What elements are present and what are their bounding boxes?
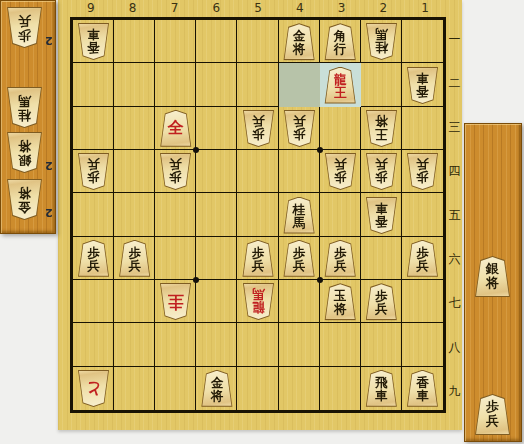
piece-kanji: 将 [486,276,499,290]
board-square[interactable] [73,63,114,106]
piece-face: 金将 [201,371,232,406]
file-label: 6 [195,0,237,16]
piece-face: 玉将 [325,284,356,319]
captured-count: 2 [45,206,53,219]
piece-face: 歩兵 [407,154,438,189]
board-square[interactable] [73,323,114,366]
piece-face: 歩兵 [119,241,150,276]
piece-kanji: 歩 [293,128,306,141]
piece-face: 歩兵 [325,241,356,276]
piece-face: 歩兵 [160,154,191,189]
board-square[interactable] [114,193,155,236]
board-square[interactable] [402,280,443,323]
piece-gold-gote[interactable]: 金将 [6,179,43,220]
piece-kanji: 銀 [486,262,499,276]
hand-piece-pawn-sente[interactable]: 歩兵 [473,394,521,436]
piece-face: 王将 [366,111,397,146]
sente-captured-tray: 銀将歩兵 [464,123,522,442]
piece-face: 飛車 [366,371,397,406]
board-square[interactable] [237,367,278,410]
piece-kanji: 兵 [486,414,499,428]
piece-kanji: 馬 [293,216,306,229]
file-label: 8 [112,0,154,16]
piece-kanji: 行 [334,42,347,55]
piece-kanji: 歩 [486,400,499,414]
rank-label: 九 [447,369,462,413]
piece-kanji: 車 [87,28,100,41]
piece-kanji: 歩 [18,28,31,42]
piece-kanji: と [85,380,101,397]
piece-kanji: 兵 [87,158,100,171]
board-square[interactable] [361,323,402,366]
piece-face: 歩兵 [284,111,315,146]
board-square[interactable] [155,367,196,410]
piece-kanji: 兵 [252,259,265,272]
piece-face: と [78,371,109,406]
piece-kanji: 金 [18,200,31,214]
rank-label: 八 [447,325,462,369]
piece-kanji: 兵 [170,158,183,171]
board-square[interactable] [114,63,155,106]
piece-kanji: 金 [211,376,224,389]
piece-kanji: 馬 [375,28,388,41]
piece-silver-gote[interactable]: 銀将 [6,132,43,173]
board-square[interactable] [279,63,320,106]
captured-count: 2 [45,159,53,172]
board-square[interactable] [196,63,237,106]
piece-face: 歩兵 [243,241,274,276]
piece-face: 歩兵 [366,154,397,189]
piece-kanji: 兵 [87,259,100,272]
piece-kanji: 歩 [87,246,100,259]
board-square[interactable] [361,63,402,106]
board-square[interactable] [196,280,237,323]
piece-kanji: 香 [87,41,100,54]
piece-kanji: 香 [416,84,429,97]
piece-kanji: 馬 [252,288,265,301]
board-square[interactable] [155,193,196,236]
gote-captured-tray: 歩兵2桂馬銀将2金将2 [0,0,56,234]
rank-label: 二 [447,61,462,105]
file-label: 4 [279,0,321,16]
piece-kanji: 龍 [334,73,347,86]
board-square[interactable] [320,107,361,150]
piece-face: 圭 [160,284,191,319]
board-square[interactable] [196,20,237,63]
board-square[interactable] [73,193,114,236]
piece-knight-gote[interactable]: 桂馬 [6,87,43,128]
board-square[interactable] [114,323,155,366]
board-background: 987654321 一二三四五六七八九 香車金将角行桂馬龍王香車全歩兵歩兵王将歩… [58,0,462,430]
piece-kanji: 香 [375,214,388,227]
piece-kanji: 将 [375,115,388,128]
piece-kanji: 歩 [416,246,429,259]
piece-kanji: 歩 [334,246,347,259]
rank-label: 四 [447,149,462,193]
piece-kanji: 銀 [18,153,31,167]
piece-kanji: 全 [168,120,184,137]
hand-piece-silver-gote[interactable]: 銀将2 [5,132,53,174]
board-square[interactable] [402,193,443,236]
piece-face: 角行 [325,24,356,59]
piece-kanji: 歩 [252,128,265,141]
piece-kanji: 車 [375,201,388,214]
piece-kanji: 歩 [293,246,306,259]
piece-kanji: 歩 [128,246,141,259]
board-square[interactable] [155,323,196,366]
board-square[interactable] [114,280,155,323]
file-label: 3 [321,0,363,16]
board-square[interactable] [361,237,402,280]
board-square[interactable] [279,150,320,193]
piece-kanji: 歩 [87,171,100,184]
rank-label: 六 [447,237,462,281]
piece-kanji: 兵 [375,302,388,315]
board-square[interactable] [237,193,278,236]
piece-kanji: 龍 [252,301,265,314]
piece-face: 香車 [366,198,397,233]
board-square[interactable] [196,323,237,366]
piece-kanji: 兵 [375,158,388,171]
board-square[interactable] [279,367,320,410]
board-square[interactable] [196,193,237,236]
board-square[interactable] [196,150,237,193]
board-square[interactable] [155,237,196,280]
rank-label: 五 [447,193,462,237]
piece-kanji: 兵 [416,259,429,272]
rank-labels: 一二三四五六七八九 [447,17,462,413]
piece-kanji: 将 [211,389,224,402]
piece-face: 桂馬 [284,198,315,233]
piece-kanji: 車 [416,71,429,84]
piece-kanji: 兵 [293,259,306,272]
board-square[interactable] [237,150,278,193]
piece-kanji: 将 [334,302,347,315]
piece-pawn-sente[interactable]: 歩兵 [474,394,511,435]
board-square[interactable] [402,323,443,366]
piece-face: 歩兵 [284,241,315,276]
board-square[interactable] [320,193,361,236]
piece-face: 龍王 [325,68,356,103]
board-square[interactable] [196,107,237,150]
piece-face: 桂馬 [7,88,42,127]
piece-face: 歩兵 [366,284,397,319]
board-square[interactable] [114,20,155,63]
piece-face: 歩兵 [475,395,510,434]
piece-kanji: 圭 [168,293,184,310]
rank-label: 三 [447,105,462,149]
file-label: 2 [362,0,404,16]
file-label: 5 [237,0,279,16]
piece-kanji: 王 [375,128,388,141]
piece-face: 桂馬 [366,24,397,59]
piece-face: 歩兵 [78,241,109,276]
piece-kanji: 桂 [375,41,388,54]
piece-kanji: 兵 [293,115,306,128]
piece-kanji: 王 [334,86,347,99]
piece-kanji: 兵 [252,115,265,128]
board-square[interactable] [320,367,361,410]
board-square[interactable] [114,150,155,193]
piece-face: 香車 [407,371,438,406]
piece-kanji: 歩 [416,171,429,184]
piece-kanji: 兵 [18,15,31,29]
file-label: 1 [404,0,446,16]
board-square[interactable] [155,63,196,106]
hand-piece-knight-gote[interactable]: 桂馬 [5,87,53,129]
hand-piece-silver-sente[interactable]: 銀将 [473,256,521,298]
board-square[interactable] [402,20,443,63]
piece-face: 香車 [407,68,438,103]
board-square[interactable] [155,20,196,63]
piece-kanji: 将 [18,187,31,201]
file-label: 7 [154,0,196,16]
board-square[interactable] [237,20,278,63]
file-label: 9 [70,0,112,16]
piece-face: 歩兵 [78,154,109,189]
board-square[interactable] [114,107,155,150]
piece-kanji: 桂 [18,108,31,122]
piece-kanji: 歩 [375,171,388,184]
piece-kanji: 歩 [252,246,265,259]
hand-piece-pawn-gote[interactable]: 歩兵2 [5,7,53,49]
piece-kanji: 馬 [18,95,31,109]
hand-piece-gold-gote[interactable]: 金将2 [5,179,53,221]
board-square[interactable] [196,237,237,280]
piece-face: 金将 [7,180,42,219]
board-square[interactable] [73,280,114,323]
piece-face: 歩兵 [325,154,356,189]
board-square[interactable] [114,367,155,410]
board-square[interactable] [279,323,320,366]
piece-kanji: 車 [416,389,429,402]
piece-kanji: 歩 [334,171,347,184]
piece-face: 香車 [78,24,109,59]
board-square[interactable] [402,107,443,150]
board-square[interactable] [237,63,278,106]
board-square[interactable] [279,280,320,323]
piece-pawn-gote[interactable]: 歩兵 [6,7,43,48]
piece-face: 金将 [284,24,315,59]
piece-kanji: 桂 [293,203,306,216]
shogi-app: 987654321 一二三四五六七八九 香車金将角行桂馬龍王香車全歩兵歩兵王将歩… [0,0,524,444]
piece-kanji: 歩 [170,171,183,184]
piece-kanji: 将 [18,140,31,154]
piece-kanji: 兵 [334,259,347,272]
board-square[interactable] [237,323,278,366]
piece-kanji: 飛 [375,376,388,389]
file-labels: 987654321 [70,0,446,16]
piece-face: 全 [160,111,191,146]
piece-silver-sente[interactable]: 銀将 [474,256,511,297]
rank-label: 一 [447,17,462,61]
piece-face: 歩兵 [407,241,438,276]
piece-kanji: 兵 [334,158,347,171]
captured-count: 2 [45,34,53,47]
piece-kanji: 兵 [416,158,429,171]
rank-label: 七 [447,281,462,325]
piece-face: 銀将 [7,133,42,172]
piece-face: 歩兵 [7,8,42,47]
piece-kanji: 兵 [128,259,141,272]
piece-kanji: 車 [375,389,388,402]
board-square[interactable] [73,107,114,150]
piece-face: 銀将 [475,257,510,296]
piece-kanji: 将 [293,42,306,55]
board-square[interactable] [320,323,361,366]
piece-kanji: 香 [416,376,429,389]
